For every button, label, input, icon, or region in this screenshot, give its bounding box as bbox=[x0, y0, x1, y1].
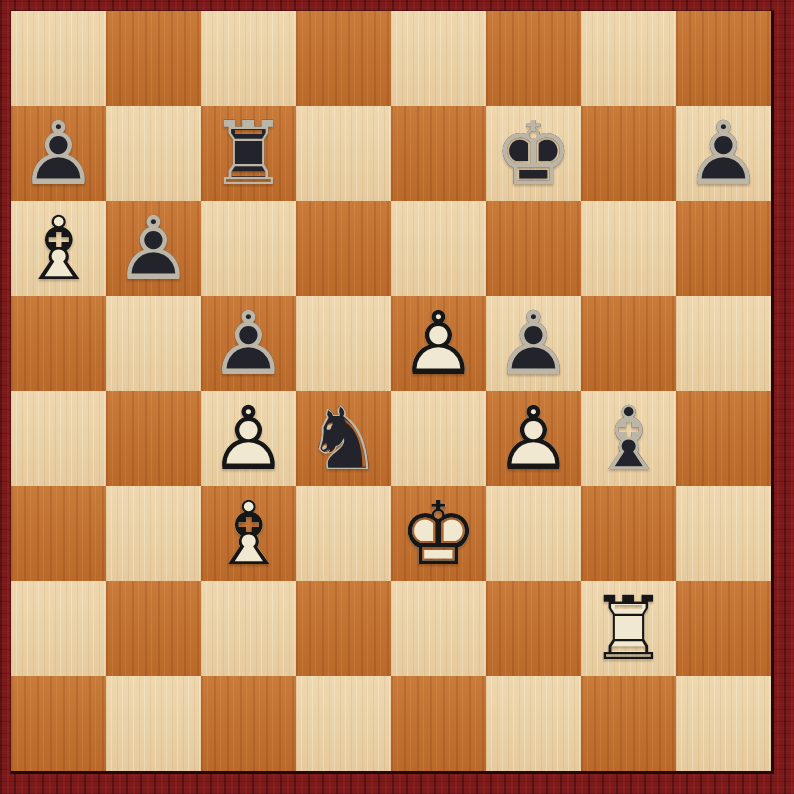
square-g2[interactable]: ♜♖ bbox=[581, 581, 676, 676]
black-pawn-outline: ♙ bbox=[114, 205, 193, 293]
square-d2[interactable] bbox=[296, 581, 391, 676]
square-c4[interactable]: ♟♙ bbox=[201, 391, 296, 486]
square-c6[interactable] bbox=[201, 201, 296, 296]
white-king-icon[interactable]: ♚♔ bbox=[391, 486, 486, 581]
square-c7[interactable]: ♜♖ bbox=[201, 106, 296, 201]
square-f2[interactable] bbox=[486, 581, 581, 676]
square-c8[interactable] bbox=[201, 11, 296, 106]
black-king-outline: ♔ bbox=[494, 110, 573, 198]
square-e5[interactable]: ♟♙ bbox=[391, 296, 486, 391]
square-a7[interactable]: ♟♙ bbox=[11, 106, 106, 201]
square-h8[interactable] bbox=[676, 11, 771, 106]
black-pawn-icon[interactable]: ♟♙ bbox=[201, 296, 296, 391]
square-e3[interactable]: ♚♔ bbox=[391, 486, 486, 581]
square-g3[interactable] bbox=[581, 486, 676, 581]
square-d3[interactable] bbox=[296, 486, 391, 581]
white-pawn-icon[interactable]: ♟♙ bbox=[486, 391, 581, 486]
white-king-outline: ♔ bbox=[399, 490, 478, 578]
square-f6[interactable] bbox=[486, 201, 581, 296]
square-d6[interactable] bbox=[296, 201, 391, 296]
square-a4[interactable] bbox=[11, 391, 106, 486]
black-pawn-icon[interactable]: ♟♙ bbox=[11, 106, 106, 201]
square-g5[interactable] bbox=[581, 296, 676, 391]
white-pawn-outline: ♙ bbox=[399, 300, 478, 388]
square-a8[interactable] bbox=[11, 11, 106, 106]
white-bishop-outline: ♗ bbox=[209, 490, 288, 578]
white-bishop-icon[interactable]: ♝♗ bbox=[201, 486, 296, 581]
square-e1[interactable] bbox=[391, 676, 486, 771]
chess-board: ♟♙♜♖♚♔♟♙♝♗♟♙♟♙♟♙♟♙♟♙♞♘♟♙♝♗♝♗♚♔♜♖ bbox=[10, 10, 774, 774]
black-bishop-outline: ♗ bbox=[589, 395, 668, 483]
square-b1[interactable] bbox=[106, 676, 201, 771]
black-pawn-outline: ♙ bbox=[684, 110, 763, 198]
square-f1[interactable] bbox=[486, 676, 581, 771]
white-pawn-icon[interactable]: ♟♙ bbox=[391, 296, 486, 391]
square-g8[interactable] bbox=[581, 11, 676, 106]
black-rook-icon[interactable]: ♜♖ bbox=[201, 106, 296, 201]
square-g4[interactable]: ♝♗ bbox=[581, 391, 676, 486]
square-h6[interactable] bbox=[676, 201, 771, 296]
black-rook-outline: ♖ bbox=[209, 110, 288, 198]
black-pawn-icon[interactable]: ♟♙ bbox=[106, 201, 201, 296]
square-a1[interactable] bbox=[11, 676, 106, 771]
black-pawn-outline: ♙ bbox=[209, 300, 288, 388]
black-pawn-icon[interactable]: ♟♙ bbox=[486, 296, 581, 391]
white-bishop-icon[interactable]: ♝♗ bbox=[11, 201, 106, 296]
black-king-icon[interactable]: ♚♔ bbox=[486, 106, 581, 201]
square-g6[interactable] bbox=[581, 201, 676, 296]
white-rook-outline: ♖ bbox=[589, 585, 668, 673]
square-g1[interactable] bbox=[581, 676, 676, 771]
square-b2[interactable] bbox=[106, 581, 201, 676]
black-pawn-icon[interactable]: ♟♙ bbox=[676, 106, 771, 201]
white-bishop-outline: ♗ bbox=[19, 205, 98, 293]
square-b7[interactable] bbox=[106, 106, 201, 201]
square-e6[interactable] bbox=[391, 201, 486, 296]
square-g7[interactable] bbox=[581, 106, 676, 201]
square-c5[interactable]: ♟♙ bbox=[201, 296, 296, 391]
square-e8[interactable] bbox=[391, 11, 486, 106]
square-d4[interactable]: ♞♘ bbox=[296, 391, 391, 486]
square-b6[interactable]: ♟♙ bbox=[106, 201, 201, 296]
white-pawn-outline: ♙ bbox=[209, 395, 288, 483]
square-f3[interactable] bbox=[486, 486, 581, 581]
square-e4[interactable] bbox=[391, 391, 486, 486]
square-a5[interactable] bbox=[11, 296, 106, 391]
square-h7[interactable]: ♟♙ bbox=[676, 106, 771, 201]
square-b8[interactable] bbox=[106, 11, 201, 106]
square-a3[interactable] bbox=[11, 486, 106, 581]
square-f7[interactable]: ♚♔ bbox=[486, 106, 581, 201]
square-e2[interactable] bbox=[391, 581, 486, 676]
square-c1[interactable] bbox=[201, 676, 296, 771]
square-b3[interactable] bbox=[106, 486, 201, 581]
square-d7[interactable] bbox=[296, 106, 391, 201]
white-pawn-outline: ♙ bbox=[494, 395, 573, 483]
square-c2[interactable] bbox=[201, 581, 296, 676]
square-b5[interactable] bbox=[106, 296, 201, 391]
square-f8[interactable] bbox=[486, 11, 581, 106]
square-a6[interactable]: ♝♗ bbox=[11, 201, 106, 296]
square-c3[interactable]: ♝♗ bbox=[201, 486, 296, 581]
white-rook-icon[interactable]: ♜♖ bbox=[581, 581, 676, 676]
square-d1[interactable] bbox=[296, 676, 391, 771]
black-knight-icon[interactable]: ♞♘ bbox=[296, 391, 391, 486]
black-knight-outline: ♘ bbox=[304, 395, 383, 483]
square-h3[interactable] bbox=[676, 486, 771, 581]
square-h4[interactable] bbox=[676, 391, 771, 486]
square-d5[interactable] bbox=[296, 296, 391, 391]
white-pawn-icon[interactable]: ♟♙ bbox=[201, 391, 296, 486]
square-b4[interactable] bbox=[106, 391, 201, 486]
board-frame: ♟♙♜♖♚♔♟♙♝♗♟♙♟♙♟♙♟♙♟♙♞♘♟♙♝♗♝♗♚♔♜♖ bbox=[0, 0, 794, 794]
square-f5[interactable]: ♟♙ bbox=[486, 296, 581, 391]
square-a2[interactable] bbox=[11, 581, 106, 676]
black-bishop-icon[interactable]: ♝♗ bbox=[581, 391, 676, 486]
square-h1[interactable] bbox=[676, 676, 771, 771]
square-e7[interactable] bbox=[391, 106, 486, 201]
square-h5[interactable] bbox=[676, 296, 771, 391]
black-pawn-outline: ♙ bbox=[19, 110, 98, 198]
square-f4[interactable]: ♟♙ bbox=[486, 391, 581, 486]
square-d8[interactable] bbox=[296, 11, 391, 106]
black-pawn-outline: ♙ bbox=[494, 300, 573, 388]
square-h2[interactable] bbox=[676, 581, 771, 676]
